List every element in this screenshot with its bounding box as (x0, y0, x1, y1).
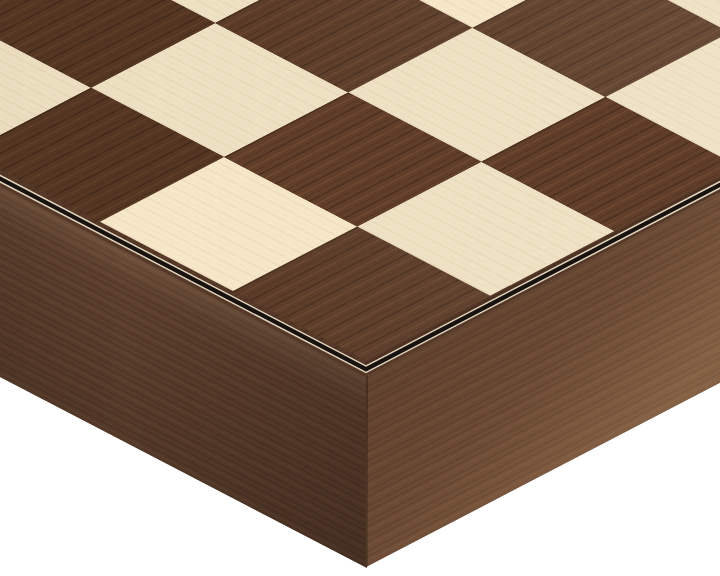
chessboard-photo (0, 0, 720, 576)
